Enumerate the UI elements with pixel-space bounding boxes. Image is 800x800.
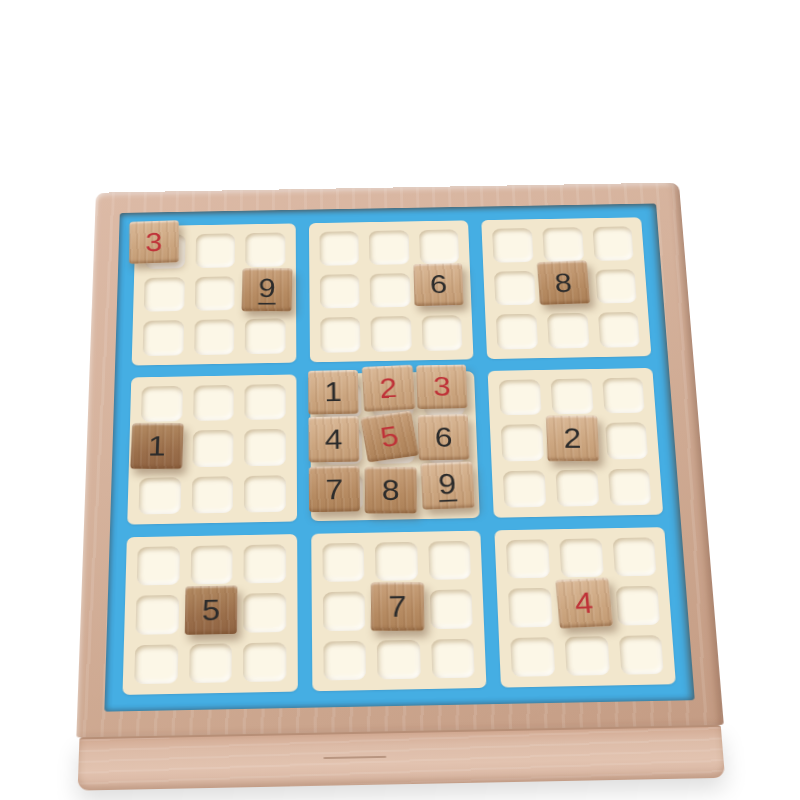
- cell-r2c8[interactable]: 8: [545, 270, 587, 305]
- cell-r3c7[interactable]: [496, 314, 538, 349]
- cell-r4c1[interactable]: [141, 386, 183, 423]
- box-3: 8: [482, 217, 652, 359]
- sudoku-board: 396811234567892574: [74, 182, 728, 790]
- box-7: 5: [122, 534, 297, 695]
- cell-r2c9[interactable]: [595, 269, 637, 304]
- box-6: 2: [488, 368, 663, 518]
- tile-1-r4c4[interactable]: 1: [308, 370, 359, 415]
- cell-r2c3[interactable]: 9: [245, 275, 285, 310]
- cell-r2c1[interactable]: [144, 277, 185, 312]
- cell-r9c8[interactable]: [564, 636, 609, 676]
- cell-r5c6[interactable]: 6: [425, 426, 467, 463]
- cell-r1c9[interactable]: [592, 226, 634, 260]
- cell-r7c3[interactable]: [244, 545, 286, 584]
- cell-r2c5[interactable]: [370, 273, 411, 308]
- cell-r3c2[interactable]: [194, 319, 235, 355]
- cell-r1c5[interactable]: [369, 230, 409, 264]
- cell-r8c5[interactable]: 7: [376, 590, 419, 630]
- tile-2-r5c8[interactable]: 2: [546, 416, 599, 461]
- box-4: 1: [127, 374, 297, 525]
- cell-r3c6[interactable]: [421, 315, 462, 351]
- cell-r8c1[interactable]: [135, 595, 178, 635]
- tile-number: 7: [325, 475, 343, 504]
- cell-r9c5[interactable]: [377, 639, 421, 679]
- box-5: 123456789: [310, 371, 480, 522]
- cell-r1c3[interactable]: [245, 232, 285, 266]
- cell-r7c5[interactable]: [375, 542, 418, 581]
- cell-r6c3[interactable]: [244, 475, 286, 513]
- cell-r5c1[interactable]: 1: [140, 431, 182, 468]
- cell-r6c9[interactable]: [608, 468, 652, 506]
- cell-r3c5[interactable]: [371, 316, 412, 352]
- tile-number: 9: [258, 274, 276, 304]
- cell-r8c9[interactable]: [615, 586, 660, 625]
- tile-5-r8c2[interactable]: 5: [184, 585, 237, 634]
- cell-r7c6[interactable]: [428, 541, 471, 580]
- cell-r1c7[interactable]: [492, 228, 533, 262]
- tile-number: 3: [433, 373, 451, 401]
- cell-r3c8[interactable]: [547, 313, 589, 348]
- tile-number: 6: [434, 423, 453, 451]
- tile-number: 5: [378, 422, 400, 452]
- cell-r2c2[interactable]: [194, 276, 234, 311]
- tile-8-r2c8[interactable]: 8: [537, 260, 590, 304]
- cell-r7c2[interactable]: [190, 546, 233, 585]
- tile-number: 8: [382, 476, 400, 505]
- cell-r9c2[interactable]: [189, 643, 232, 683]
- cell-r3c1[interactable]: [143, 320, 184, 356]
- board-surface: 396811234567892574: [104, 203, 694, 711]
- cell-r5c9[interactable]: [605, 422, 649, 459]
- tile-9-r6c6[interactable]: 9: [420, 462, 474, 510]
- cell-r2c4[interactable]: [320, 274, 360, 309]
- cell-r3c4[interactable]: [320, 317, 361, 353]
- tile-number: 4: [325, 425, 343, 453]
- board-front-edge: [78, 725, 725, 791]
- cell-r8c3[interactable]: [243, 593, 286, 633]
- cell-r2c7[interactable]: [494, 271, 536, 306]
- cell-r5c2[interactable]: [192, 430, 234, 467]
- cell-r7c4[interactable]: [322, 543, 365, 582]
- tile-5-r5c5[interactable]: 5: [361, 411, 419, 463]
- cell-r8c2[interactable]: 5: [189, 594, 232, 634]
- cell-r1c6[interactable]: [419, 229, 460, 263]
- tile-number: 5: [202, 595, 221, 625]
- tile-1-r5c1[interactable]: 1: [130, 423, 183, 468]
- tile-number: 1: [147, 432, 166, 460]
- cell-r7c7[interactable]: [506, 540, 550, 579]
- box-9: 4: [495, 527, 676, 687]
- cell-r1c2[interactable]: [195, 233, 235, 267]
- tile-number: 4: [573, 587, 594, 618]
- tile-number: 6: [430, 271, 448, 298]
- cell-r5c7[interactable]: [501, 424, 544, 461]
- tile-4-r8c8[interactable]: 4: [555, 578, 612, 628]
- cell-r1c1[interactable]: 3: [145, 234, 185, 268]
- cell-r6c6[interactable]: 9: [426, 472, 469, 510]
- sudoku-board-scene: 396811234567892574: [85, 128, 705, 800]
- cell-r7c9[interactable]: [612, 538, 657, 577]
- cell-r6c5[interactable]: 8: [374, 473, 416, 511]
- cell-r8c4[interactable]: [323, 591, 366, 631]
- tile-number: 7: [388, 591, 406, 621]
- cell-r4c6[interactable]: 3: [423, 380, 465, 416]
- cell-r8c8[interactable]: 4: [562, 587, 607, 626]
- cell-r4c7[interactable]: [499, 379, 541, 415]
- box-1: 39: [132, 223, 296, 365]
- cell-r4c3[interactable]: [245, 384, 286, 420]
- box-2: 6: [309, 220, 474, 362]
- cell-r4c8[interactable]: [550, 378, 593, 414]
- tile-7-r8c5[interactable]: 7: [371, 582, 424, 630]
- cell-r8c7[interactable]: [508, 588, 552, 627]
- cell-r5c5[interactable]: 5: [373, 427, 415, 464]
- tile-number: 9: [437, 469, 456, 502]
- tile-4-r5c4[interactable]: 4: [308, 416, 360, 462]
- board-frame: 396811234567892574: [76, 182, 723, 737]
- tile-2-r4c5[interactable]: 2: [362, 365, 415, 411]
- cell-r2c6[interactable]: 6: [420, 272, 461, 307]
- cell-r9c4[interactable]: [323, 640, 366, 680]
- cell-r6c4[interactable]: 7: [321, 474, 363, 512]
- tile-6-r2c6[interactable]: 6: [413, 263, 464, 306]
- cell-r6c8[interactable]: [555, 469, 599, 507]
- cell-r4c2[interactable]: [193, 385, 234, 421]
- cell-r7c8[interactable]: [559, 539, 603, 578]
- cell-r4c4[interactable]: 1: [321, 382, 362, 418]
- box-8: 7: [311, 531, 487, 691]
- cell-r9c7[interactable]: [511, 637, 556, 677]
- photo-background: { "game": "sudoku", "board_type": "woode…: [0, 0, 800, 800]
- cell-r1c4[interactable]: [319, 231, 359, 265]
- cell-r3c9[interactable]: [598, 312, 641, 347]
- cell-r7c1[interactable]: [137, 547, 180, 586]
- cell-r8c6[interactable]: [430, 589, 474, 628]
- cell-r6c2[interactable]: [191, 476, 233, 514]
- tile-9-r2c3[interactable]: 9: [242, 268, 292, 311]
- cell-r5c8[interactable]: 2: [553, 423, 596, 460]
- tile-7-r6c4[interactable]: 7: [308, 466, 360, 513]
- cell-r9c9[interactable]: [618, 635, 663, 675]
- cell-r9c1[interactable]: [134, 644, 178, 684]
- tile-number: 2: [379, 374, 398, 402]
- cell-r1c8[interactable]: [542, 227, 583, 261]
- cell-r4c9[interactable]: [602, 377, 645, 413]
- tile-3-r4c6[interactable]: 3: [416, 364, 468, 409]
- tile-number: 1: [324, 378, 342, 406]
- tile-6-r5c6[interactable]: 6: [417, 414, 469, 460]
- cell-r9c3[interactable]: [243, 642, 286, 682]
- tile-number: 8: [554, 269, 573, 296]
- cell-r5c3[interactable]: [244, 429, 285, 466]
- tile-8-r6c5[interactable]: 8: [365, 467, 417, 513]
- cell-r5c4[interactable]: 4: [321, 428, 363, 465]
- tile-number: 2: [563, 424, 582, 452]
- tile-number: 3: [145, 229, 162, 255]
- tile-3-r1c1[interactable]: 3: [129, 220, 178, 263]
- cell-r6c1[interactable]: [139, 477, 181, 515]
- cell-r3c3[interactable]: [245, 318, 285, 354]
- cell-r6c7[interactable]: [503, 470, 546, 508]
- cell-r9c6[interactable]: [431, 638, 475, 678]
